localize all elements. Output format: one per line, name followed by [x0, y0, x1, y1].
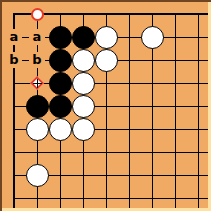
white-stone: [72, 95, 95, 118]
point-label-a: a: [6, 29, 22, 45]
black-stone: [72, 26, 95, 49]
white-stone: [95, 26, 118, 49]
black-stone: [49, 72, 72, 95]
white-stone: [95, 49, 118, 72]
white-stone: [49, 118, 72, 141]
point-label-a: a: [29, 29, 45, 45]
diamond-marker: [30, 76, 45, 91]
white-stone: [26, 164, 49, 187]
point-label-b: b: [29, 52, 45, 68]
black-stone: [26, 95, 49, 118]
white-stone: [72, 118, 95, 141]
stones-layer: aabb: [0, 0, 211, 211]
black-stone: [49, 26, 72, 49]
diamond-cross-lines: [33, 79, 42, 88]
go-board-diagram: aabb: [0, 0, 211, 211]
white-stone: [72, 72, 95, 95]
point-label-b: b: [6, 52, 22, 68]
white-stone: [26, 118, 49, 141]
black-stone: [49, 95, 72, 118]
white-stone: [72, 49, 95, 72]
black-stone: [49, 49, 72, 72]
white-stone: [141, 26, 164, 49]
circle-marker: [31, 8, 44, 21]
